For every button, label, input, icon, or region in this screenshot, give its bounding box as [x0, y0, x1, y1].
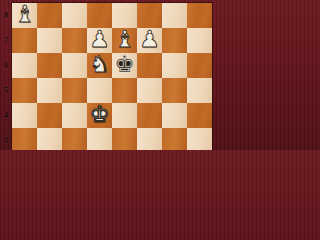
square-g7[interactable]: [162, 28, 187, 53]
square-e4[interactable]: [112, 103, 137, 128]
square-d3[interactable]: [87, 128, 112, 150]
rank-label-8: 8: [2, 11, 10, 20]
square-f4[interactable]: [137, 103, 162, 128]
square-b4[interactable]: [37, 103, 62, 128]
square-d7[interactable]: ♟: [87, 28, 112, 53]
square-d5[interactable]: [87, 78, 112, 103]
square-b8[interactable]: [37, 3, 62, 28]
rank-label-7: 7: [2, 36, 10, 45]
square-e6[interactable]: ♚: [112, 53, 137, 78]
white-pawn-d7[interactable]: ♟: [89, 28, 110, 51]
square-c6[interactable]: [62, 53, 87, 78]
square-b3[interactable]: [37, 128, 62, 150]
square-f3[interactable]: [137, 128, 162, 150]
white-knight-d6[interactable]: ♞: [89, 53, 110, 76]
square-a3[interactable]: [12, 128, 37, 150]
square-b5[interactable]: [37, 78, 62, 103]
square-h6[interactable]: [187, 53, 212, 78]
square-c7[interactable]: [62, 28, 87, 53]
square-a6[interactable]: [12, 53, 37, 78]
white-pawn-f7[interactable]: ♟: [139, 28, 160, 51]
square-h4[interactable]: [187, 103, 212, 128]
square-e3[interactable]: [112, 128, 137, 150]
square-a7[interactable]: [12, 28, 37, 53]
square-g5[interactable]: [162, 78, 187, 103]
white-bishop-a8[interactable]: ♝: [14, 3, 35, 26]
square-e5[interactable]: [112, 78, 137, 103]
square-e7[interactable]: ♝: [112, 28, 137, 53]
square-a4[interactable]: [12, 103, 37, 128]
square-d6[interactable]: ♞: [87, 53, 112, 78]
square-e8[interactable]: [112, 3, 137, 28]
square-h5[interactable]: [187, 78, 212, 103]
square-b6[interactable]: [37, 53, 62, 78]
square-a5[interactable]: [12, 78, 37, 103]
square-f5[interactable]: [137, 78, 162, 103]
square-g4[interactable]: [162, 103, 187, 128]
square-g6[interactable]: [162, 53, 187, 78]
black-king-e6[interactable]: ♚: [114, 53, 135, 76]
white-king-d4[interactable]: ♚: [89, 103, 110, 126]
square-d4[interactable]: ♚: [87, 103, 112, 128]
square-f6[interactable]: [137, 53, 162, 78]
square-h8[interactable]: [187, 3, 212, 28]
square-b7[interactable]: [37, 28, 62, 53]
square-c8[interactable]: [62, 3, 87, 28]
square-d8[interactable]: [87, 3, 112, 28]
chess-diagram: { "game": "chess", "position": { "fen": …: [0, 0, 225, 150]
square-f8[interactable]: [137, 3, 162, 28]
square-c5[interactable]: [62, 78, 87, 103]
white-bishop-e7[interactable]: ♝: [114, 28, 135, 51]
rank-label-6: 6: [2, 61, 10, 70]
square-c3[interactable]: [62, 128, 87, 150]
rank-label-4: 4: [2, 111, 10, 120]
square-h3[interactable]: [187, 128, 212, 150]
square-g3[interactable]: [162, 128, 187, 150]
rank-label-5: 5: [2, 86, 10, 95]
rank-label-3: 3: [2, 136, 10, 145]
chess-board: ♝♟♝♟♞♚♚: [12, 3, 212, 150]
square-h7[interactable]: [187, 28, 212, 53]
square-g8[interactable]: [162, 3, 187, 28]
square-a8[interactable]: ♝: [12, 3, 37, 28]
square-f7[interactable]: ♟: [137, 28, 162, 53]
square-c4[interactable]: [62, 103, 87, 128]
